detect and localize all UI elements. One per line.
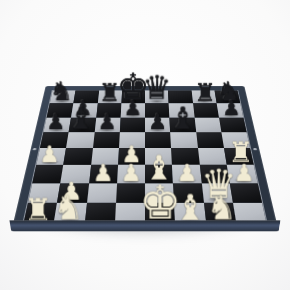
white-pawn-h3: ♟ bbox=[233, 161, 254, 185]
square-e4 bbox=[145, 148, 172, 165]
square-d4: ♟ bbox=[118, 148, 145, 165]
hinge-screw-icon bbox=[32, 148, 37, 151]
square-b8 bbox=[74, 90, 99, 103]
square-d6 bbox=[120, 117, 145, 132]
square-f7 bbox=[169, 103, 194, 117]
square-h6 bbox=[219, 117, 247, 132]
square-g8: ♜ bbox=[191, 90, 216, 103]
square-c6: ♟ bbox=[94, 117, 120, 132]
square-a4: ♟ bbox=[36, 148, 66, 165]
hinge-screw-icon bbox=[253, 148, 258, 151]
square-e6: ♟ bbox=[145, 117, 170, 132]
square-a7 bbox=[47, 103, 74, 117]
piece-shadow bbox=[125, 99, 142, 103]
product-photo-scene: ♞♜♚♛♜♞♟♟♟♟♝♟♟♝♟♟♜♟♟♝♟♟♟♛♜♞♚♝♞ bbox=[0, 0, 290, 290]
square-h5 bbox=[221, 132, 250, 148]
square-e7 bbox=[145, 103, 170, 117]
square-b5 bbox=[66, 132, 94, 148]
square-e2 bbox=[145, 183, 174, 203]
square-c3: ♟ bbox=[89, 165, 118, 183]
square-e5 bbox=[145, 132, 171, 148]
square-c2 bbox=[87, 183, 117, 203]
square-a3 bbox=[32, 165, 63, 183]
piece-shadow bbox=[53, 99, 70, 103]
square-a6: ♟ bbox=[43, 117, 71, 132]
white-pawn-c3: ♟ bbox=[92, 161, 113, 185]
board-front-edge bbox=[9, 220, 280, 231]
square-h8: ♞ bbox=[214, 90, 240, 103]
square-h7: ♟ bbox=[216, 103, 243, 117]
white-pawn-d3: ♟ bbox=[120, 161, 141, 185]
square-g7 bbox=[193, 103, 219, 117]
square-d3: ♟ bbox=[117, 165, 145, 183]
square-a5 bbox=[40, 132, 69, 148]
square-d8: ♚ bbox=[121, 90, 145, 103]
chess-board: ♞♜♚♛♜♞♟♟♟♟♝♟♟♝♟♟♜♟♟♝♟♟♟♛♜♞♚♝♞ bbox=[23, 90, 266, 223]
square-c5 bbox=[93, 132, 120, 148]
square-b6: ♝ bbox=[69, 117, 96, 132]
square-b7: ♟ bbox=[71, 103, 97, 117]
square-a8: ♞ bbox=[50, 90, 76, 103]
piece-shadow bbox=[219, 99, 236, 103]
piece-shadow bbox=[196, 99, 213, 103]
square-a2 bbox=[28, 183, 60, 203]
square-c8: ♜ bbox=[97, 90, 122, 103]
square-f5 bbox=[170, 132, 197, 148]
square-g4 bbox=[198, 148, 227, 165]
square-e3: ♝ bbox=[145, 165, 173, 183]
square-f8 bbox=[168, 90, 193, 103]
square-f2 bbox=[173, 183, 203, 203]
square-b2: ♟ bbox=[57, 183, 88, 203]
square-e8: ♛ bbox=[145, 90, 169, 103]
square-f6: ♝ bbox=[170, 117, 196, 132]
square-h3: ♟ bbox=[227, 165, 258, 183]
square-f3: ♟ bbox=[172, 165, 201, 183]
square-h2 bbox=[229, 183, 261, 203]
square-f4 bbox=[171, 148, 199, 165]
piece-shadow bbox=[149, 99, 166, 103]
square-g3 bbox=[199, 165, 229, 183]
square-g6 bbox=[194, 117, 221, 132]
piece-shadow bbox=[101, 99, 118, 103]
square-b3 bbox=[61, 165, 91, 183]
square-h4: ♜ bbox=[224, 148, 254, 165]
chess-board-frame: ♞♜♚♛♜♞♟♟♟♟♝♟♟♝♟♟♜♟♟♝♟♟♟♛♜♞♚♝♞ bbox=[11, 86, 279, 231]
square-c7 bbox=[96, 103, 121, 117]
square-g5 bbox=[196, 132, 224, 148]
square-b4 bbox=[63, 148, 92, 165]
square-d2 bbox=[116, 183, 145, 203]
square-d7: ♟ bbox=[120, 103, 145, 117]
square-d5 bbox=[119, 132, 145, 148]
square-g2: ♛ bbox=[201, 183, 232, 203]
white-pawn-f3: ♟ bbox=[177, 161, 198, 185]
square-c4 bbox=[91, 148, 119, 165]
